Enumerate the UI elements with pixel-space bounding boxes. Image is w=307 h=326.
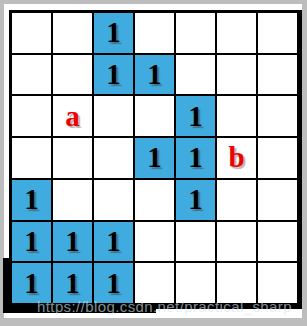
cell-r3c7[interactable] — [258, 96, 297, 136]
cell-r5c5[interactable]: 1 — [176, 180, 215, 220]
cell-r1c7[interactable] — [258, 13, 297, 53]
cell-r6c2[interactable]: 1 — [53, 222, 92, 262]
cell-r4c4[interactable]: 1 — [135, 138, 174, 178]
cell-r1c5[interactable] — [176, 13, 215, 53]
cell-r5c4[interactable] — [135, 180, 174, 220]
cell-r1c1[interactable] — [12, 13, 51, 53]
cell-r6c6[interactable] — [217, 222, 256, 262]
cell-r5c7[interactable] — [258, 180, 297, 220]
cell-r2c5[interactable] — [176, 55, 215, 95]
cell-r2c1[interactable] — [12, 55, 51, 95]
cell-r1c4[interactable] — [135, 13, 174, 53]
cell-r3c6[interactable] — [217, 96, 256, 136]
cell-r4c5[interactable]: 1 — [176, 138, 215, 178]
cell-r7c2[interactable]: 1 — [53, 263, 92, 303]
cell-r2c4[interactable]: 1 — [135, 55, 174, 95]
cell-r4c1[interactable] — [12, 138, 51, 178]
cell-r2c3[interactable]: 1 — [94, 55, 133, 95]
cell-r6c5[interactable] — [176, 222, 215, 262]
cell-r7c6[interactable] — [217, 263, 256, 303]
cell-r7c4[interactable] — [135, 263, 174, 303]
cell-r5c3[interactable] — [94, 180, 133, 220]
cell-r6c3[interactable]: 1 — [94, 222, 133, 262]
cell-r1c3[interactable]: 1 — [94, 13, 133, 53]
cell-r1c6[interactable] — [217, 13, 256, 53]
cell-r3c3[interactable] — [94, 96, 133, 136]
cell-r3c4[interactable] — [135, 96, 174, 136]
cell-r7c7[interactable] — [258, 263, 297, 303]
cell-r6c4[interactable] — [135, 222, 174, 262]
cell-r2c2[interactable] — [53, 55, 92, 95]
cell-r7c5[interactable] — [176, 263, 215, 303]
cell-r6c1[interactable]: 1 — [12, 222, 51, 262]
cell-r7c3[interactable]: 1 — [94, 263, 133, 303]
cell-r4c7[interactable] — [258, 138, 297, 178]
cell-r2c6[interactable] — [217, 55, 256, 95]
cell-r3c5[interactable]: 1 — [176, 96, 215, 136]
cell-r5c1[interactable]: 1 — [12, 180, 51, 220]
cell-r4c6[interactable]: b — [217, 138, 256, 178]
minesweeper-board: 111a111b11111111 — [9, 10, 302, 309]
cell-r6c7[interactable] — [258, 222, 297, 262]
cell-r3c1[interactable] — [12, 96, 51, 136]
cell-r4c2[interactable] — [53, 138, 92, 178]
cell-r2c7[interactable] — [258, 55, 297, 95]
cell-r1c2[interactable] — [53, 13, 92, 53]
cell-r5c2[interactable] — [53, 180, 92, 220]
cell-r7c1[interactable]: 1 — [12, 263, 51, 303]
cell-r5c6[interactable] — [217, 180, 256, 220]
cell-r4c3[interactable] — [94, 138, 133, 178]
screenshot-canvas: 111a111b11111111 https://blog.csdn.net/p… — [0, 0, 307, 326]
cell-r3c2[interactable]: a — [53, 96, 92, 136]
